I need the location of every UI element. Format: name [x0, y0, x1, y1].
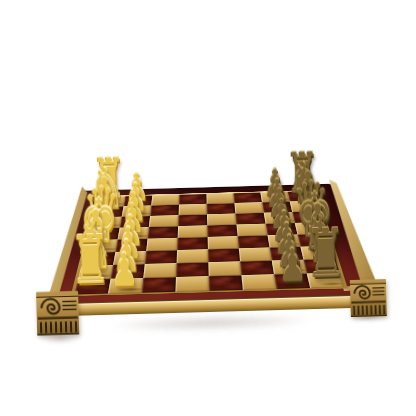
square-r6c5[interactable] — [208, 248, 240, 262]
gold-pawn[interactable]: ♟ — [110, 247, 138, 293]
square-r8c6[interactable] — [241, 274, 276, 290]
board-border: ♜♟♟♜♞♟♟♞♝♟♟♝♛♟♟♛♚♟♟♚♝♟♟♝♞♟♟♞♜♟♟♜ — [49, 184, 370, 305]
square-r7c5[interactable] — [208, 261, 241, 276]
bronze-rook[interactable]: ♜ — [305, 219, 347, 287]
square-r8c5[interactable] — [209, 275, 243, 291]
photo-stage: ♜♟♟♜♞♟♟♞♝♟♟♝♛♟♟♛♚♟♟♚♝♟♟♝♞♟♟♞♜♟♟♜ — [0, 0, 416, 416]
square-r3c5[interactable] — [207, 214, 236, 226]
square-r4c4[interactable] — [178, 225, 208, 237]
square-r3c6[interactable] — [235, 213, 265, 225]
square-r7c6[interactable] — [240, 261, 274, 276]
square-r7c4[interactable] — [176, 262, 209, 277]
square-r8c7[interactable]: ♟ — [274, 273, 310, 289]
greek-spiral-icon — [350, 278, 387, 318]
chess-board[interactable]: ♜♟♟♜♞♟♟♞♝♟♟♝♛♟♟♛♚♟♟♚♝♟♟♝♞♟♟♞♜♟♟♜ — [49, 184, 370, 305]
perspective-scene: ♜♟♟♜♞♟♟♞♝♟♟♝♛♟♟♛♚♟♟♚♝♟♟♝♞♟♟♞♜♟♟♜ — [0, 0, 416, 416]
square-r8c8[interactable]: ♜ — [307, 272, 344, 287]
square-r2c6[interactable] — [234, 202, 263, 213]
square-r5c5[interactable] — [208, 236, 239, 249]
bronze-pawn[interactable]: ♟ — [278, 242, 306, 288]
square-r4c5[interactable] — [207, 225, 237, 237]
gold-rook[interactable]: ♜ — [69, 226, 111, 294]
square-r8c1[interactable]: ♜ — [74, 279, 110, 295]
square-r2c5[interactable] — [207, 203, 236, 214]
square-r5c4[interactable] — [177, 237, 208, 250]
square-r8c2[interactable]: ♟ — [108, 278, 143, 294]
square-r8c4[interactable] — [175, 276, 209, 292]
board-grid[interactable]: ♜♟♟♜♞♟♟♞♝♟♟♝♛♟♟♛♚♟♟♚♝♟♟♝♞♟♟♞♜♟♟♜ — [74, 191, 344, 295]
square-r4c6[interactable] — [236, 224, 267, 236]
square-r3c4[interactable] — [178, 214, 207, 226]
photo-group: ♜♟♟♜♞♟♟♞♝♟♟♝♛♟♟♛♚♟♟♚♝♟♟♝♞♟♟♞♜♟♟♜ — [0, 0, 416, 416]
square-r6c6[interactable] — [239, 248, 272, 262]
greek-spiral-icon — [36, 291, 79, 336]
board-brass-frame: ♜♟♟♜♞♟♟♞♝♟♟♝♛♟♟♛♚♟♟♚♝♟♟♝♞♟♟♞♜♟♟♜ — [71, 190, 348, 296]
square-r5c6[interactable] — [238, 235, 270, 248]
corner-leg-left — [36, 291, 79, 336]
square-r6c4[interactable] — [177, 249, 209, 263]
corner-leg-right — [350, 278, 387, 318]
